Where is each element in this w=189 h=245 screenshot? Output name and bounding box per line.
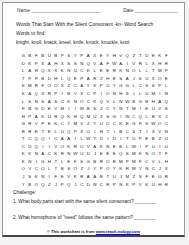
grid-cell: Q bbox=[163, 97, 170, 105]
footer-credit: © This worksheet is from www.teach-nolog… bbox=[3, 229, 184, 234]
date-group: Date ________________ bbox=[123, 8, 178, 13]
date-label: Date bbox=[123, 8, 133, 13]
grid-cell: R bbox=[163, 173, 170, 181]
grid-cell: J bbox=[163, 112, 170, 120]
question-2-number: 2. bbox=[13, 215, 17, 220]
challenge-question-2: 2. What homophone of "need" follows the … bbox=[13, 215, 176, 220]
grid-cell: S bbox=[163, 105, 170, 113]
grid-cell: P bbox=[163, 67, 170, 75]
date-blank-line: ________________ bbox=[135, 8, 178, 13]
grid-cell: C bbox=[163, 120, 170, 128]
grid-cell: F bbox=[163, 52, 170, 60]
name-label: Name bbox=[17, 8, 30, 13]
grid-cell: F bbox=[163, 150, 170, 158]
grid-cell: U bbox=[163, 143, 170, 151]
name-blank-line: __________________________ bbox=[32, 8, 101, 13]
grid-cell: R bbox=[163, 180, 170, 188]
grid-cell: R bbox=[163, 60, 170, 68]
grid-cell: X bbox=[163, 165, 170, 173]
challenge-label: Challenge: bbox=[13, 190, 176, 195]
grid-cell: U bbox=[163, 135, 170, 143]
grid-cell: N bbox=[163, 127, 170, 135]
grid-cell: L bbox=[163, 82, 170, 90]
grid-cell: N bbox=[163, 90, 170, 98]
footer-credit-text: © This worksheet is from bbox=[47, 229, 95, 234]
question-1-answer-blank: ________ bbox=[135, 199, 156, 204]
question-1-text: What body parts start with the same sile… bbox=[18, 199, 133, 204]
question-2-answer-blank: ________ bbox=[134, 215, 155, 220]
grid-cell: E bbox=[163, 75, 170, 83]
name-date-row: Name __________________________ Date ___… bbox=[17, 8, 176, 13]
question-1-number: 1. bbox=[13, 199, 17, 204]
worksheet-title: Words That Start With the Silent Consona… bbox=[16, 21, 176, 27]
question-2-text: What homophone of "need" follows the sam… bbox=[18, 215, 133, 220]
challenge-question-1: 1. What body parts start with the same s… bbox=[13, 199, 176, 204]
worksheet-page: Name __________________________ Date ___… bbox=[2, 2, 185, 237]
word-list: knight, knoll, knack, kneel, knife, knoc… bbox=[16, 40, 176, 45]
word-search-grid: GBFBUBPSYPAXEYHVQZTDEKFDKPXAHXSSNQVAFWAI… bbox=[20, 52, 170, 188]
footer-link[interactable]: www.teach-nology.com bbox=[96, 229, 140, 234]
words-to-find-label: Words to find: bbox=[16, 31, 176, 36]
grid-cell: H bbox=[163, 158, 170, 166]
